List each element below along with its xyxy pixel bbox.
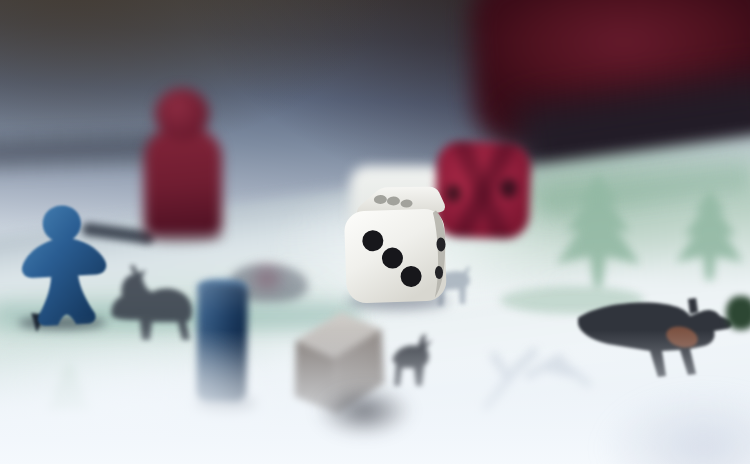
blue-meeple [3, 199, 125, 331]
red-die-pip [500, 179, 518, 199]
red-pawn-head [155, 88, 209, 140]
red-pawn [134, 88, 230, 238]
white-die-showing-three [338, 182, 452, 308]
cube-dark-shadow [316, 386, 412, 436]
red-pawn-body [144, 128, 222, 236]
bush-motif [726, 296, 750, 330]
board-game-photo [0, 0, 750, 464]
